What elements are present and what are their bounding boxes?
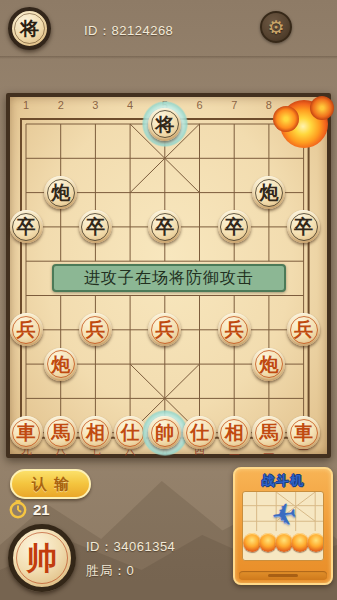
player-wins: 胜局：0 — [86, 562, 134, 580]
top-bar-divider — [0, 56, 337, 59]
black-piece-炮[interactable]: 炮 — [44, 176, 77, 209]
gear-icon: ⚙ — [267, 18, 284, 37]
piece-character: 将 — [155, 115, 174, 134]
piece-character: 卒 — [294, 217, 313, 236]
piece-character: 仕 — [190, 423, 209, 442]
piece-character: 兵 — [225, 320, 244, 339]
opponent-avatar: 将 — [8, 7, 51, 50]
timer-value: 21 — [33, 501, 50, 518]
hint-banner-text: 进攻子在场将防御攻击 — [84, 268, 254, 289]
red-piece-馬[interactable]: 馬 — [44, 416, 77, 449]
hint-banner: 进攻子在场将防御攻击 — [52, 264, 286, 292]
piece-character: 相 — [225, 423, 244, 442]
piece-character: 車 — [17, 423, 36, 442]
red-piece-車[interactable]: 車 — [287, 416, 320, 449]
black-piece-卒[interactable]: 卒 — [287, 210, 320, 243]
piece-character: 炮 — [259, 183, 278, 202]
clock-icon — [8, 499, 28, 519]
piece-character: 卒 — [17, 217, 36, 236]
piece-character: 兵 — [86, 320, 105, 339]
piece-character: 兵 — [155, 320, 174, 339]
piece-character: 兵 — [294, 320, 313, 339]
player-id: ID：34061354 — [86, 538, 175, 556]
piece-character: 相 — [86, 423, 105, 442]
item-card-title: 战斗机 — [235, 472, 331, 490]
piece-character: 仕 — [121, 423, 140, 442]
settings-button[interactable]: ⚙ — [260, 11, 292, 43]
piece-character: 馬 — [51, 423, 70, 442]
red-piece-兵[interactable]: 兵 — [79, 313, 112, 346]
red-piece-仕[interactable]: 仕 — [183, 416, 216, 449]
red-piece-炮[interactable]: 炮 — [252, 348, 285, 381]
piece-character: 車 — [294, 423, 313, 442]
red-piece-仕[interactable]: 仕 — [114, 416, 147, 449]
piece-character: 帥 — [155, 423, 174, 442]
red-piece-帥[interactable]: 帥 — [148, 416, 181, 449]
red-piece-兵[interactable]: 兵 — [148, 313, 181, 346]
item-card-preview: ✈ — [242, 491, 324, 561]
red-piece-車[interactable]: 車 — [10, 416, 43, 449]
black-piece-将[interactable]: 将 — [148, 108, 181, 141]
opponent-id: ID：82124268 — [84, 22, 173, 40]
red-piece-馬[interactable]: 馬 — [252, 416, 285, 449]
avatar-ring — [14, 13, 45, 44]
black-piece-卒[interactable]: 卒 — [148, 210, 181, 243]
piece-character: 炮 — [51, 183, 70, 202]
piece-character: 卒 — [225, 217, 244, 236]
piece-character: 卒 — [155, 217, 174, 236]
move-timer: 21 — [8, 499, 50, 519]
player-avatar: 帅 — [8, 524, 76, 592]
piece-character: 炮 — [51, 355, 70, 374]
avatar-ring — [16, 532, 68, 584]
resign-button[interactable]: 认输 — [10, 469, 91, 499]
piece-character: 馬 — [259, 423, 278, 442]
piece-character: 炮 — [259, 355, 278, 374]
game-screen: 将 ID：82124268 ⚙ 123456789 九八七六五四三二一 将炮炮卒… — [0, 0, 337, 600]
black-piece-炮[interactable]: 炮 — [252, 176, 285, 209]
black-piece-卒[interactable]: 卒 — [218, 210, 251, 243]
piece-character: 卒 — [86, 217, 105, 236]
resign-button-label: 认输 — [25, 475, 76, 494]
red-piece-兵[interactable]: 兵 — [218, 313, 251, 346]
bomb-row — [243, 533, 324, 552]
black-piece-卒[interactable]: 卒 — [10, 210, 43, 243]
piece-character: 兵 — [17, 320, 36, 339]
red-piece-相[interactable]: 相 — [218, 416, 251, 449]
red-piece-炮[interactable]: 炮 — [44, 348, 77, 381]
red-piece-兵[interactable]: 兵 — [287, 313, 320, 346]
red-piece-兵[interactable]: 兵 — [10, 313, 43, 346]
bomb-icon — [307, 533, 324, 552]
black-piece-卒[interactable]: 卒 — [79, 210, 112, 243]
item-card-footer — [239, 571, 327, 580]
fighter-jet-item-card[interactable]: 战斗机 ✈ — [233, 467, 333, 585]
red-piece-相[interactable]: 相 — [79, 416, 112, 449]
